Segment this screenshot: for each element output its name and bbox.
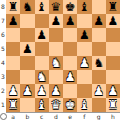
square-c2[interactable]: ♟ [35,84,49,98]
square-d3[interactable] [49,70,63,84]
square-c8[interactable]: ♝ [35,0,49,14]
square-h3[interactable] [106,70,120,84]
chess-board-panel: 87654321 ♜♞♝♛♚♝♜♟♟♟♟♟♟♟♟♞♟♞♞♟♟♟♟♟♟♟♜♝♛♚♝… [0,0,120,120]
piece-white-knight[interactable]: ♞ [36,70,47,84]
square-e2[interactable] [63,84,77,98]
piece-white-pawn[interactable]: ♟ [8,84,19,98]
square-a4[interactable] [6,56,20,70]
piece-white-king[interactable]: ♚ [65,98,76,112]
piece-black-bishop[interactable]: ♝ [79,0,90,14]
square-h1[interactable]: ♜ [106,98,120,112]
square-f1[interactable]: ♝ [77,98,91,112]
square-c6[interactable]: ♟ [35,28,49,42]
square-a6[interactable] [6,28,20,42]
square-f6[interactable]: ♟ [77,28,91,42]
square-h5[interactable] [106,42,120,56]
square-g8[interactable] [92,0,106,14]
square-e1[interactable]: ♚ [63,98,77,112]
square-a2[interactable]: ♟ [6,84,20,98]
square-c5[interactable] [35,42,49,56]
piece-white-bishop[interactable]: ♝ [36,98,47,112]
piece-black-knight[interactable]: ♞ [93,56,104,70]
square-d5[interactable] [49,42,63,56]
square-c1[interactable]: ♝ [35,98,49,112]
piece-white-pawn[interactable]: ♟ [107,84,118,98]
square-d7[interactable]: ♟ [49,14,63,28]
square-h8[interactable]: ♜ [106,0,120,14]
piece-black-pawn[interactable]: ♟ [50,14,61,28]
piece-black-pawn[interactable]: ♟ [22,42,33,56]
square-c7[interactable] [35,14,49,28]
file-label-a: a [6,112,20,120]
square-b1[interactable] [20,98,34,112]
square-e3[interactable]: ♟ [63,70,77,84]
square-g3[interactable] [92,70,106,84]
square-d1[interactable]: ♛ [49,98,63,112]
square-h2[interactable]: ♟ [106,84,120,98]
piece-white-pawn[interactable]: ♟ [22,84,33,98]
square-a3[interactable] [6,70,20,84]
square-a7[interactable]: ♟ [6,14,20,28]
piece-white-pawn[interactable]: ♟ [50,84,61,98]
square-f4[interactable]: ♟ [77,56,91,70]
piece-white-rook[interactable]: ♜ [107,98,118,112]
piece-black-pawn[interactable]: ♟ [107,14,118,28]
square-d6[interactable] [49,28,63,42]
piece-black-knight[interactable]: ♞ [22,0,33,14]
piece-white-pawn[interactable]: ♟ [93,84,104,98]
piece-white-queen[interactable]: ♛ [50,98,61,112]
square-f7[interactable] [77,14,91,28]
piece-white-pawn[interactable]: ♟ [65,70,76,84]
square-e4[interactable] [63,56,77,70]
piece-black-pawn[interactable]: ♟ [65,14,76,28]
file-label-f: f [77,112,91,120]
piece-white-rook[interactable]: ♜ [8,98,19,112]
square-e5[interactable] [63,42,77,56]
piece-white-bishop[interactable]: ♝ [79,98,90,112]
file-label-b: b [20,112,34,120]
file-label-h: h [106,112,120,120]
square-e8[interactable]: ♚ [63,0,77,14]
square-c3[interactable]: ♞ [35,70,49,84]
square-g5[interactable] [92,42,106,56]
square-a1[interactable]: ♜ [6,98,20,112]
square-d8[interactable]: ♛ [49,0,63,14]
square-h7[interactable]: ♟ [106,14,120,28]
square-g2[interactable]: ♟ [92,84,106,98]
piece-black-pawn[interactable]: ♟ [8,14,19,28]
square-b4[interactable] [20,56,34,70]
chess-board[interactable]: ♜♞♝♛♚♝♜♟♟♟♟♟♟♟♟♞♟♞♞♟♟♟♟♟♟♟♜♝♛♚♝♜ [6,0,120,112]
piece-black-queen[interactable]: ♛ [50,0,61,14]
square-d4[interactable]: ♞ [49,56,63,70]
piece-black-rook[interactable]: ♜ [107,0,118,14]
square-h6[interactable] [106,28,120,42]
square-a8[interactable]: ♜ [6,0,20,14]
square-f3[interactable] [77,70,91,84]
square-c4[interactable] [35,56,49,70]
square-h4[interactable] [106,56,120,70]
square-b2[interactable]: ♟ [20,84,34,98]
piece-black-rook[interactable]: ♜ [8,0,19,14]
piece-black-bishop[interactable]: ♝ [36,0,47,14]
piece-black-king[interactable]: ♚ [65,0,76,14]
square-e6[interactable] [63,28,77,42]
piece-white-knight[interactable]: ♞ [50,56,61,70]
file-labels: abcdefgh [6,112,120,120]
square-b3[interactable] [20,70,34,84]
file-label-e: e [63,112,77,120]
piece-white-pawn[interactable]: ♟ [79,56,90,70]
square-a5[interactable] [6,42,20,56]
piece-black-pawn[interactable]: ♟ [93,14,104,28]
piece-black-pawn[interactable]: ♟ [36,28,47,42]
piece-white-pawn[interactable]: ♟ [36,84,47,98]
file-label-c: c [35,112,49,120]
file-label-d: d [49,112,63,120]
square-b5[interactable]: ♟ [20,42,34,56]
square-g1[interactable] [92,98,106,112]
square-d2[interactable]: ♟ [49,84,63,98]
square-f8[interactable]: ♝ [77,0,91,14]
square-b8[interactable]: ♞ [20,0,34,14]
square-b6[interactable] [20,28,34,42]
board-corner [0,112,6,120]
piece-black-pawn[interactable]: ♟ [79,28,90,42]
square-g4[interactable]: ♞ [92,56,106,70]
square-f2[interactable] [77,84,91,98]
white-to-move-indicator-icon [0,113,7,120]
square-g6[interactable] [92,28,106,42]
square-b7[interactable] [20,14,34,28]
square-e7[interactable]: ♟ [63,14,77,28]
square-g7[interactable]: ♟ [92,14,106,28]
file-label-g: g [92,112,106,120]
square-f5[interactable] [77,42,91,56]
